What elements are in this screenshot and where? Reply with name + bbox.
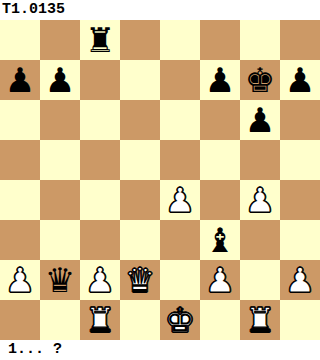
white-king-e1[interactable]: ♚ [165,300,195,340]
square-b3[interactable] [40,220,80,260]
square-b2[interactable]: ♛ [40,260,80,300]
black-pawn-g6[interactable]: ♟ [245,100,275,140]
square-c6[interactable] [80,100,120,140]
black-pawn-f7[interactable]: ♟ [205,60,235,100]
square-d1[interactable] [120,300,160,340]
puzzle-id: T1.0135 [0,0,320,20]
square-h8[interactable] [280,20,320,60]
square-g5[interactable] [240,140,280,180]
black-queen-b2[interactable]: ♛ [45,260,75,300]
white-queen-d2[interactable]: ♛ [125,260,155,300]
square-e1[interactable]: ♚ [160,300,200,340]
square-e6[interactable] [160,100,200,140]
move-prompt: 1... ? [0,340,320,360]
square-h1[interactable] [280,300,320,340]
square-a6[interactable] [0,100,40,140]
square-h7[interactable]: ♟ [280,60,320,100]
square-d5[interactable] [120,140,160,180]
white-rook-c1[interactable]: ♜ [85,300,115,340]
black-pawn-h7[interactable]: ♟ [285,60,315,100]
square-g3[interactable] [240,220,280,260]
square-c8[interactable]: ♜ [80,20,120,60]
black-pawn-a7[interactable]: ♟ [5,60,35,100]
square-d2[interactable]: ♛ [120,260,160,300]
square-g7[interactable]: ♚ [240,60,280,100]
white-pawn-h2[interactable]: ♟ [285,260,315,300]
black-pawn-b7[interactable]: ♟ [45,60,75,100]
square-f8[interactable] [200,20,240,60]
square-d6[interactable] [120,100,160,140]
square-a5[interactable] [0,140,40,180]
square-f4[interactable] [200,180,240,220]
square-f7[interactable]: ♟ [200,60,240,100]
square-e4[interactable]: ♟ [160,180,200,220]
square-e8[interactable] [160,20,200,60]
square-a7[interactable]: ♟ [0,60,40,100]
square-c4[interactable] [80,180,120,220]
square-c7[interactable] [80,60,120,100]
square-f6[interactable] [200,100,240,140]
square-c2[interactable]: ♟ [80,260,120,300]
chess-board: ♜♟♟♟♚♟♟♟♟♝♟♛♟♛♟♟♜♚♜ [0,20,320,340]
black-king-g7[interactable]: ♚ [245,60,275,100]
square-a1[interactable] [0,300,40,340]
black-bishop-f3[interactable]: ♝ [205,220,235,260]
square-h5[interactable] [280,140,320,180]
black-rook-c8[interactable]: ♜ [85,20,115,60]
square-g6[interactable]: ♟ [240,100,280,140]
white-pawn-e4[interactable]: ♟ [165,180,195,220]
square-e2[interactable] [160,260,200,300]
square-f5[interactable] [200,140,240,180]
square-d3[interactable] [120,220,160,260]
square-b7[interactable]: ♟ [40,60,80,100]
square-g2[interactable] [240,260,280,300]
square-h6[interactable] [280,100,320,140]
white-pawn-a2[interactable]: ♟ [5,260,35,300]
square-f1[interactable] [200,300,240,340]
white-pawn-g4[interactable]: ♟ [245,180,275,220]
square-h4[interactable] [280,180,320,220]
square-b5[interactable] [40,140,80,180]
square-c1[interactable]: ♜ [80,300,120,340]
square-h3[interactable] [280,220,320,260]
square-a8[interactable] [0,20,40,60]
square-d7[interactable] [120,60,160,100]
square-e3[interactable] [160,220,200,260]
square-e7[interactable] [160,60,200,100]
square-b1[interactable] [40,300,80,340]
square-b4[interactable] [40,180,80,220]
white-rook-g1[interactable]: ♜ [245,300,275,340]
square-b8[interactable] [40,20,80,60]
square-a3[interactable] [0,220,40,260]
square-g4[interactable]: ♟ [240,180,280,220]
square-a2[interactable]: ♟ [0,260,40,300]
square-g1[interactable]: ♜ [240,300,280,340]
white-pawn-f2[interactable]: ♟ [205,260,235,300]
square-c3[interactable] [80,220,120,260]
square-c5[interactable] [80,140,120,180]
square-d8[interactable] [120,20,160,60]
square-f2[interactable]: ♟ [200,260,240,300]
square-b6[interactable] [40,100,80,140]
square-d4[interactable] [120,180,160,220]
white-pawn-c2[interactable]: ♟ [85,260,115,300]
square-f3[interactable]: ♝ [200,220,240,260]
square-g8[interactable] [240,20,280,60]
square-h2[interactable]: ♟ [280,260,320,300]
square-e5[interactable] [160,140,200,180]
square-a4[interactable] [0,180,40,220]
